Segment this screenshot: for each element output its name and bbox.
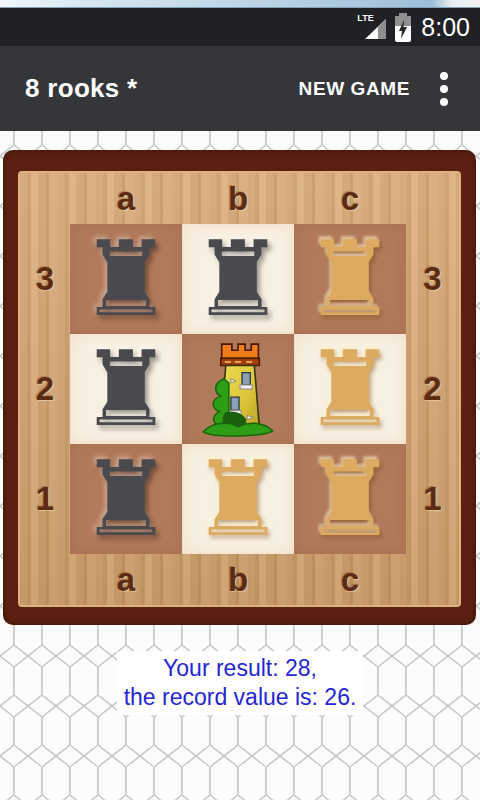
board-corner: [406, 554, 459, 605]
rank-label-3: 3: [406, 224, 459, 334]
piece-white-rook: ♜: [303, 447, 396, 551]
square-b2[interactable]: [182, 334, 294, 444]
file-label-a: a: [70, 173, 182, 224]
battery-charging-icon: [394, 12, 412, 43]
file-label-b: b: [182, 554, 294, 605]
piece-black-rook: ♜: [79, 447, 172, 551]
piece-white-rook: ♜: [303, 227, 396, 331]
file-label-c: c: [294, 173, 406, 224]
file-label-c: c: [294, 554, 406, 605]
rank-label-1: 1: [20, 444, 70, 554]
board-corner: [20, 173, 70, 224]
board-corner: [20, 554, 70, 605]
board-corner: [406, 173, 459, 224]
action-bar: 8 rooks * NEW GAME: [0, 46, 480, 131]
status-time: 8:00: [421, 13, 470, 42]
square-b1[interactable]: ♜: [182, 444, 294, 554]
square-c3[interactable]: ♜: [294, 224, 406, 334]
square-a1[interactable]: ♜: [70, 444, 182, 554]
piece-white-rook: ♜: [303, 337, 396, 441]
square-c1[interactable]: ♜: [294, 444, 406, 554]
result-line-1: Your result: 28,: [163, 654, 317, 683]
top-gradient-strip: [0, 0, 480, 8]
board-grid: abc3♜♜♜32♜♜21♜♜♜1abc: [20, 173, 459, 605]
castle-icon: [195, 338, 281, 440]
square-b3[interactable]: ♜: [182, 224, 294, 334]
square-c2[interactable]: ♜: [294, 334, 406, 444]
result-panel: Your result: 28, the record value is: 26…: [117, 651, 363, 715]
status-bar: LTE 8:00: [0, 8, 480, 46]
app-title: 8 rooks *: [25, 73, 138, 104]
result-line-2: the record value is: 26.: [124, 683, 357, 712]
piece-black-rook: ♜: [191, 227, 284, 331]
rank-label-3: 3: [20, 224, 70, 334]
rank-label-2: 2: [406, 334, 459, 444]
board-frame: abc3♜♜♜32♜♜21♜♜♜1abc: [3, 150, 476, 625]
square-a2[interactable]: ♜: [70, 334, 182, 444]
file-label-a: a: [70, 554, 182, 605]
action-bar-buttons: NEW GAME: [297, 72, 452, 106]
android-screen: LTE 8:00 8 rooks * NEW GAME: [0, 0, 480, 800]
rank-label-2: 2: [20, 334, 70, 444]
piece-black-rook: ♜: [79, 337, 172, 441]
piece-black-rook: ♜: [79, 227, 172, 331]
rank-label-1: 1: [406, 444, 459, 554]
overflow-menu-icon[interactable]: [436, 72, 452, 106]
lte-signal-icon: LTE: [357, 12, 387, 42]
file-label-b: b: [182, 173, 294, 224]
board-wood-panel: abc3♜♜♜32♜♜21♜♜♜1abc: [18, 171, 461, 607]
piece-white-rook: ♜: [191, 447, 284, 551]
new-game-button[interactable]: NEW GAME: [297, 72, 412, 106]
square-a3[interactable]: ♜: [70, 224, 182, 334]
signal-triangle-icon: [364, 18, 387, 40]
content-area: abc3♜♜♜32♜♜21♜♜♜1abc Your result: 28, th…: [0, 131, 480, 800]
